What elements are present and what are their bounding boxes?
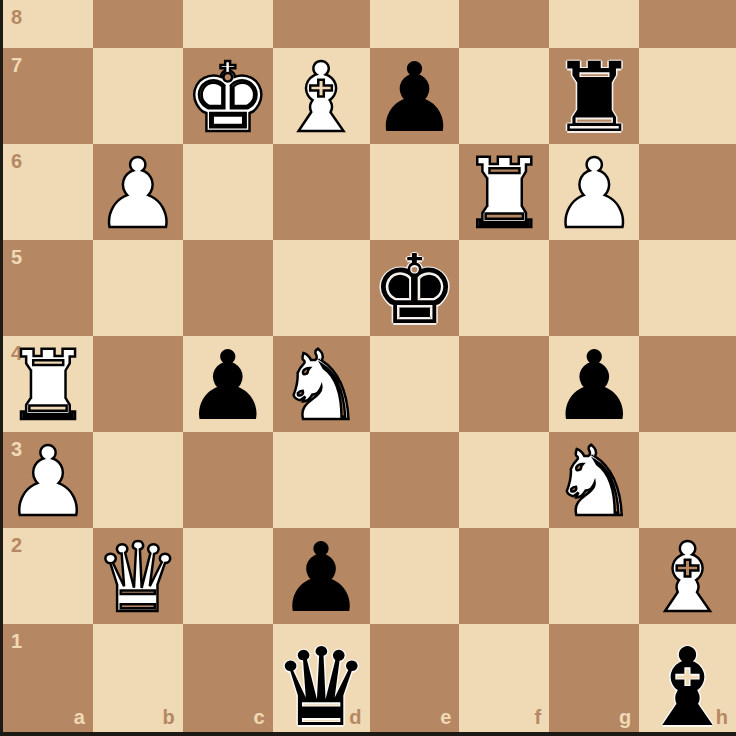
square-a8[interactable]: 8 — [3, 0, 93, 48]
square-f5[interactable] — [459, 240, 549, 336]
square-e1[interactable]: e — [370, 624, 460, 732]
square-e6[interactable] — [370, 144, 460, 240]
white-knight[interactable]: ♞ — [551, 434, 637, 530]
square-a4[interactable]: 4♜ — [3, 336, 93, 432]
square-c1[interactable]: c — [183, 624, 273, 732]
square-g2[interactable] — [549, 528, 639, 624]
file-label-b: b — [163, 707, 175, 727]
square-a5[interactable]: 5 — [3, 240, 93, 336]
square-b6[interactable]: ♟ — [93, 144, 183, 240]
file-label-e: e — [440, 707, 451, 727]
square-g8[interactable] — [549, 0, 639, 48]
square-c4[interactable]: ♟ — [183, 336, 273, 432]
white-queen[interactable]: ♛ — [95, 530, 181, 626]
square-h2[interactable]: ♝ — [639, 528, 736, 624]
black-pawn[interactable]: ♟ — [185, 338, 271, 434]
square-g3[interactable]: ♞ — [549, 432, 639, 528]
square-h7[interactable] — [639, 48, 736, 144]
square-e4[interactable] — [370, 336, 460, 432]
square-b4[interactable] — [93, 336, 183, 432]
chess-board-edge: 87♚♝♟♜6♟♜♟5♚4♜♟♞♟3♟♞2♛♟♝1abcd♛efgh♝ — [0, 0, 736, 736]
square-c3[interactable] — [183, 432, 273, 528]
square-d8[interactable] — [273, 0, 370, 48]
chess-board: 87♚♝♟♜6♟♜♟5♚4♜♟♞♟3♟♞2♛♟♝1abcd♛efgh♝ — [3, 0, 736, 732]
black-bishop[interactable]: ♝ — [639, 634, 736, 736]
square-e3[interactable] — [370, 432, 460, 528]
square-d5[interactable] — [273, 240, 370, 336]
square-c6[interactable] — [183, 144, 273, 240]
black-king[interactable]: ♚ — [371, 242, 457, 338]
square-c7[interactable]: ♚ — [183, 48, 273, 144]
file-label-c: c — [254, 707, 265, 727]
square-f1[interactable]: f — [459, 624, 549, 732]
black-pawn[interactable]: ♟ — [551, 338, 637, 434]
rank-label-6: 6 — [11, 151, 22, 171]
square-b1[interactable]: b — [93, 624, 183, 732]
square-e2[interactable] — [370, 528, 460, 624]
square-c5[interactable] — [183, 240, 273, 336]
file-label-f: f — [535, 707, 542, 727]
square-b7[interactable] — [93, 48, 183, 144]
square-h5[interactable] — [639, 240, 736, 336]
square-g4[interactable]: ♟ — [549, 336, 639, 432]
square-f2[interactable] — [459, 528, 549, 624]
rank-label-1: 1 — [11, 631, 22, 651]
square-f6[interactable]: ♜ — [459, 144, 549, 240]
square-b8[interactable] — [93, 0, 183, 48]
square-d6[interactable] — [273, 144, 370, 240]
white-pawn[interactable]: ♟ — [551, 146, 637, 242]
white-knight[interactable]: ♞ — [278, 338, 364, 434]
square-e8[interactable] — [370, 0, 460, 48]
square-h8[interactable] — [639, 0, 736, 48]
square-a3[interactable]: 3♟ — [3, 432, 93, 528]
rank-label-2: 2 — [11, 535, 22, 555]
square-e7[interactable]: ♟ — [370, 48, 460, 144]
rank-label-7: 7 — [11, 55, 22, 75]
square-d3[interactable] — [273, 432, 370, 528]
square-f7[interactable] — [459, 48, 549, 144]
square-e5[interactable]: ♚ — [370, 240, 460, 336]
square-f8[interactable] — [459, 0, 549, 48]
black-queen[interactable]: ♛ — [273, 634, 370, 736]
white-pawn[interactable]: ♟ — [95, 146, 181, 242]
square-h3[interactable] — [639, 432, 736, 528]
square-c2[interactable] — [183, 528, 273, 624]
square-a1[interactable]: 1a — [3, 624, 93, 732]
white-king[interactable]: ♚ — [185, 50, 271, 146]
square-f4[interactable] — [459, 336, 549, 432]
black-rook[interactable]: ♜ — [551, 50, 637, 146]
square-d7[interactable]: ♝ — [273, 48, 370, 144]
square-a2[interactable]: 2 — [3, 528, 93, 624]
rank-label-8: 8 — [11, 7, 22, 27]
square-d4[interactable]: ♞ — [273, 336, 370, 432]
black-pawn[interactable]: ♟ — [278, 530, 364, 626]
square-b2[interactable]: ♛ — [93, 528, 183, 624]
white-pawn[interactable]: ♟ — [5, 434, 91, 530]
square-h1[interactable]: h♝ — [639, 624, 736, 732]
square-d1[interactable]: d♛ — [273, 624, 370, 732]
white-bishop[interactable]: ♝ — [645, 530, 731, 626]
square-h6[interactable] — [639, 144, 736, 240]
white-rook[interactable]: ♜ — [461, 146, 547, 242]
square-h4[interactable] — [639, 336, 736, 432]
square-d2[interactable]: ♟ — [273, 528, 370, 624]
square-g6[interactable]: ♟ — [549, 144, 639, 240]
square-f3[interactable] — [459, 432, 549, 528]
white-rook[interactable]: ♜ — [5, 338, 91, 434]
square-b5[interactable] — [93, 240, 183, 336]
black-pawn[interactable]: ♟ — [371, 50, 457, 146]
square-g7[interactable]: ♜ — [549, 48, 639, 144]
file-label-g: g — [619, 707, 631, 727]
square-c8[interactable] — [183, 0, 273, 48]
white-bishop[interactable]: ♝ — [278, 50, 364, 146]
square-g5[interactable] — [549, 240, 639, 336]
square-b3[interactable] — [93, 432, 183, 528]
file-label-a: a — [74, 707, 85, 727]
rank-label-5: 5 — [11, 247, 22, 267]
square-a6[interactable]: 6 — [3, 144, 93, 240]
square-a7[interactable]: 7 — [3, 48, 93, 144]
square-g1[interactable]: g — [549, 624, 639, 732]
